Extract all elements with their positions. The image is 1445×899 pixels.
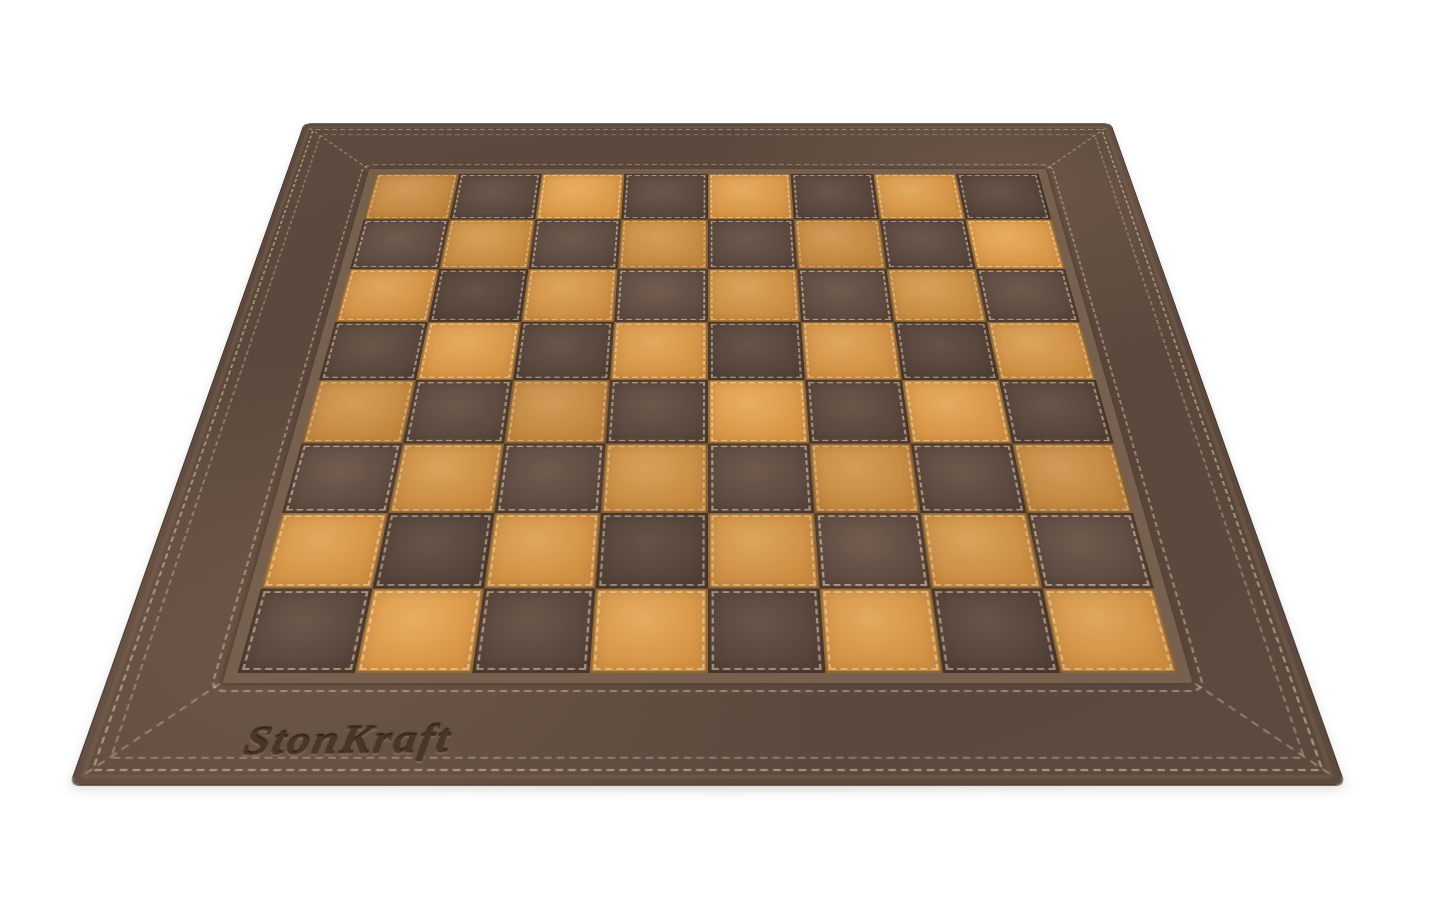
corner-seam-bottom-left [85, 676, 232, 775]
board-square-c2 [484, 513, 601, 589]
board-square-b4 [403, 380, 513, 443]
board-square-a2 [261, 513, 389, 589]
board-square-d3 [601, 443, 707, 512]
board-square-c6 [521, 269, 618, 322]
board-square-d4 [606, 380, 708, 443]
board-square-b8 [450, 174, 542, 220]
board-square-b5 [416, 322, 521, 380]
chessboard-mat-wrap: StonKraft [71, 124, 1344, 785]
board-square-f2 [814, 513, 931, 589]
board-square-h6 [976, 269, 1080, 322]
board-square-h1 [1042, 589, 1177, 673]
board-square-h3 [1012, 443, 1133, 512]
board-square-a6 [335, 269, 439, 322]
board-square-b3 [388, 443, 504, 512]
product-photo: StonKraft [0, 0, 1445, 899]
board-square-c1 [472, 589, 595, 673]
brand-embossing: StonKraft [239, 716, 454, 765]
board-square-e2 [708, 513, 820, 589]
board-square-c8 [536, 174, 625, 220]
board-square-g2 [920, 513, 1042, 589]
board-square-d1 [590, 589, 708, 673]
board-square-a4 [301, 380, 416, 443]
board-square-a5 [319, 322, 428, 380]
corner-seam-bottom-right [1184, 676, 1331, 775]
board-square-e8 [708, 174, 794, 220]
board-square-f4 [805, 380, 911, 443]
board-square-a8 [364, 174, 459, 220]
board-square-c3 [495, 443, 606, 512]
board-square-h2 [1027, 513, 1155, 589]
board-square-b2 [373, 513, 495, 589]
board-square-e3 [708, 443, 814, 512]
board-square-g1 [931, 589, 1060, 673]
board-square-b1 [355, 589, 484, 673]
board-square-e7 [708, 219, 797, 268]
board-square-e5 [708, 322, 805, 380]
board-square-d8 [622, 174, 708, 220]
corner-seam-top-right [1041, 128, 1105, 172]
board-square-g4 [902, 380, 1012, 443]
board-square-g7 [879, 219, 975, 268]
board-square-f6 [797, 269, 894, 322]
board-square-b7 [439, 219, 535, 268]
board-square-e4 [708, 380, 810, 443]
corner-seam-top-left [309, 128, 373, 172]
board-square-h7 [965, 219, 1065, 268]
board-square-a1 [237, 589, 372, 673]
board-square-e1 [708, 589, 826, 673]
board-square-d7 [618, 219, 707, 268]
board-square-h8 [956, 174, 1051, 220]
board-square-g6 [886, 269, 987, 322]
board-square-g5 [894, 322, 999, 380]
chessboard-mat: StonKraft [71, 124, 1344, 785]
board-square-f1 [819, 589, 942, 673]
board-square-f5 [801, 322, 902, 380]
board-square-a3 [282, 443, 403, 512]
board-square-h5 [987, 322, 1096, 380]
board-square-c4 [504, 380, 610, 443]
board-square-g3 [911, 443, 1027, 512]
board-square-d6 [614, 269, 707, 322]
board-square-a7 [350, 219, 450, 268]
board-square-f3 [809, 443, 920, 512]
board-square-c7 [529, 219, 622, 268]
board-frame [223, 169, 1193, 683]
board-square-d2 [596, 513, 708, 589]
board-square-h4 [999, 380, 1114, 443]
board-square-c5 [513, 322, 614, 380]
board-grid [237, 174, 1177, 673]
board-square-f8 [790, 174, 879, 220]
board-square-b6 [428, 269, 529, 322]
board-square-f7 [793, 219, 886, 268]
board-square-g8 [873, 174, 965, 220]
board-square-d5 [610, 322, 707, 380]
board-square-e6 [708, 269, 801, 322]
